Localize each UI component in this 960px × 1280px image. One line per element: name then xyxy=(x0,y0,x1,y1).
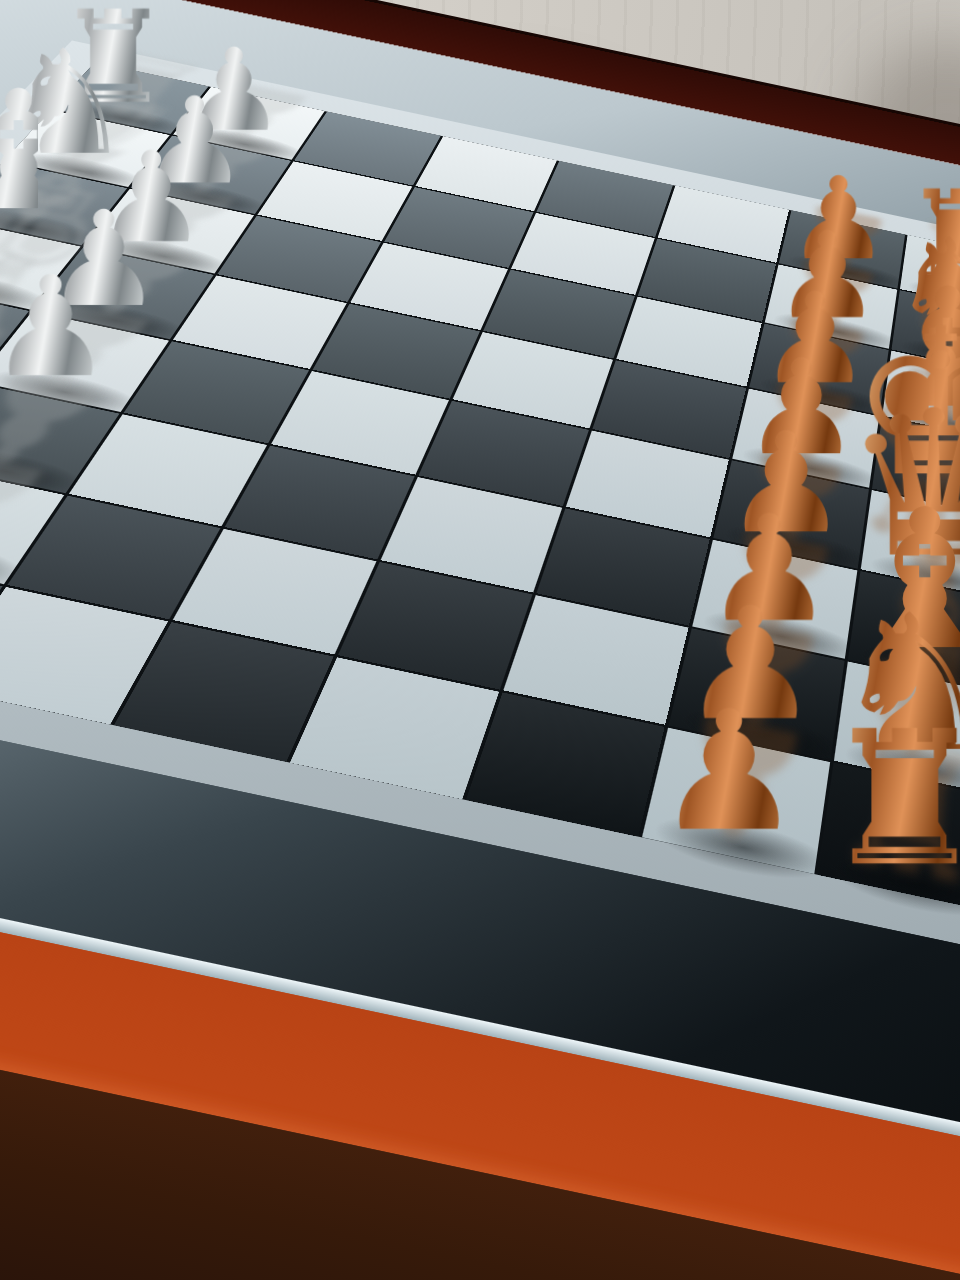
photo-of-glass-chess-set: { "game": "chess", "position": { "fen": … xyxy=(0,0,960,1280)
piece-copper-pawn-a2: ♟ xyxy=(654,693,803,850)
piece-copper-rook-a1: ♜ xyxy=(821,711,960,887)
piece-silver-pawn-c7: ♟ xyxy=(0,334,57,473)
board-plane: ♜♜♟♟♟♟♜♜♞♞♟♟♟♟♞♞♝♝♟♟♟♟♝♝♚♚♟♟♟♟♚♚♛♛♟♟♟♟♛♛… xyxy=(0,0,960,1280)
perspective-wrapper: ♜♜♟♟♟♟♜♜♞♞♟♟♟♟♞♞♝♝♟♟♟♟♝♝♚♚♟♟♟♟♚♚♛♛♟♟♟♟♛♛… xyxy=(0,0,960,1274)
camera-roll-wrapper: ♜♜♟♟♟♟♜♜♞♞♟♟♟♟♞♞♝♝♟♟♟♟♝♝♚♚♟♟♟♟♚♚♛♛♟♟♟♟♛♛… xyxy=(0,0,960,1274)
